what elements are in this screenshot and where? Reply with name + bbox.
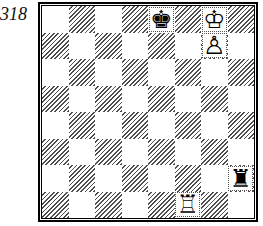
square-d2[interactable]	[122, 165, 149, 192]
square-h7[interactable]	[228, 33, 255, 60]
square-c7[interactable]	[95, 33, 122, 60]
square-e2[interactable]	[148, 165, 175, 192]
square-d3[interactable]	[122, 139, 149, 166]
square-e5[interactable]	[148, 86, 175, 113]
square-e6[interactable]	[148, 59, 175, 86]
square-b3[interactable]	[69, 139, 96, 166]
black-king: ♚	[150, 7, 172, 32]
square-h1[interactable]	[228, 192, 255, 219]
square-a2[interactable]	[42, 165, 69, 192]
square-b1[interactable]	[69, 192, 96, 219]
square-f5[interactable]	[175, 86, 202, 113]
square-h5[interactable]	[228, 86, 255, 113]
square-c1[interactable]	[95, 192, 122, 219]
square-g3[interactable]	[201, 139, 228, 166]
square-a3[interactable]	[42, 139, 69, 166]
square-h2[interactable]: ♜	[228, 165, 255, 192]
square-f2[interactable]	[175, 165, 202, 192]
square-a4[interactable]	[42, 112, 69, 139]
square-a5[interactable]	[42, 86, 69, 113]
square-c2[interactable]	[95, 165, 122, 192]
square-d4[interactable]	[122, 112, 149, 139]
square-b8[interactable]	[69, 6, 96, 33]
white-king: ♔	[203, 7, 225, 32]
square-h6[interactable]	[228, 59, 255, 86]
square-b6[interactable]	[69, 59, 96, 86]
square-e1[interactable]	[148, 192, 175, 219]
square-c6[interactable]	[95, 59, 122, 86]
chess-board: ♚♔♙♜♖	[38, 2, 258, 222]
square-d6[interactable]	[122, 59, 149, 86]
square-g7[interactable]: ♙	[201, 33, 228, 60]
square-g5[interactable]	[201, 86, 228, 113]
square-f3[interactable]	[175, 139, 202, 166]
square-f1[interactable]: ♖	[175, 192, 202, 219]
square-g2[interactable]	[201, 165, 228, 192]
board-inner-border: ♚♔♙♜♖	[41, 5, 255, 219]
square-e4[interactable]	[148, 112, 175, 139]
square-g1[interactable]	[201, 192, 228, 219]
square-a1[interactable]	[42, 192, 69, 219]
diagram-number: 318	[0, 4, 34, 25]
diagram-canvas: 318 ♚♔♙♜♖	[0, 0, 263, 226]
square-g8[interactable]: ♔	[201, 6, 228, 33]
square-a7[interactable]	[42, 33, 69, 60]
square-c8[interactable]	[95, 6, 122, 33]
square-f8[interactable]	[175, 6, 202, 33]
white-rook: ♖	[177, 192, 199, 217]
piece-backing: ♖	[175, 192, 200, 217]
square-a6[interactable]	[42, 59, 69, 86]
square-b4[interactable]	[69, 112, 96, 139]
square-h3[interactable]	[228, 139, 255, 166]
square-c5[interactable]	[95, 86, 122, 113]
square-b5[interactable]	[69, 86, 96, 113]
square-g4[interactable]	[201, 112, 228, 139]
square-h8[interactable]	[228, 6, 255, 33]
board-grid: ♚♔♙♜♖	[42, 6, 254, 218]
square-b2[interactable]	[69, 165, 96, 192]
square-c4[interactable]	[95, 112, 122, 139]
white-pawn: ♙	[203, 33, 225, 58]
square-a8[interactable]	[42, 6, 69, 33]
square-e3[interactable]	[148, 139, 175, 166]
square-e7[interactable]	[148, 33, 175, 60]
square-c3[interactable]	[95, 139, 122, 166]
square-h4[interactable]	[228, 112, 255, 139]
piece-backing: ♜	[228, 166, 253, 191]
square-e8[interactable]: ♚	[148, 6, 175, 33]
piece-backing: ♚	[149, 7, 174, 32]
square-f7[interactable]	[175, 33, 202, 60]
piece-backing: ♙	[202, 33, 227, 58]
square-d5[interactable]	[122, 86, 149, 113]
square-b7[interactable]	[69, 33, 96, 60]
black-rook: ♜	[230, 166, 252, 191]
piece-backing: ♔	[202, 7, 227, 32]
square-d7[interactable]	[122, 33, 149, 60]
square-g6[interactable]	[201, 59, 228, 86]
square-f6[interactable]	[175, 59, 202, 86]
square-f4[interactable]	[175, 112, 202, 139]
square-d8[interactable]	[122, 6, 149, 33]
square-d1[interactable]	[122, 192, 149, 219]
